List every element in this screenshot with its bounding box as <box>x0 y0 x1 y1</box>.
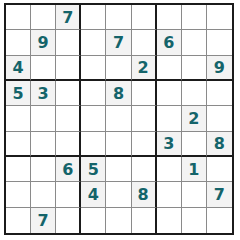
cell-r4c9[interactable] <box>207 81 232 106</box>
cell-r5c1[interactable] <box>6 106 31 131</box>
cell-r9c2[interactable]: 7 <box>31 208 56 233</box>
cell-r2c9[interactable] <box>207 30 232 55</box>
cell-r9c3[interactable] <box>56 208 81 233</box>
cell-r3c2[interactable] <box>31 56 56 81</box>
cell-r6c2[interactable] <box>31 132 56 157</box>
cell-r7c8[interactable]: 1 <box>182 157 207 182</box>
cell-r2c6[interactable] <box>132 30 157 55</box>
cell-r1c9[interactable] <box>207 5 232 30</box>
cell-r7c5[interactable] <box>106 157 131 182</box>
cell-r8c9[interactable]: 7 <box>207 182 232 207</box>
cell-r7c1[interactable] <box>6 157 31 182</box>
cell-r2c4[interactable] <box>81 30 106 55</box>
cell-r8c4[interactable]: 4 <box>81 182 106 207</box>
cell-r1c6[interactable] <box>132 5 157 30</box>
cell-r3c4[interactable] <box>81 56 106 81</box>
cell-r9c1[interactable] <box>6 208 31 233</box>
cell-r6c3[interactable] <box>56 132 81 157</box>
cell-r4c3[interactable] <box>56 81 81 106</box>
cell-r9c7[interactable] <box>157 208 182 233</box>
cell-r3c6[interactable]: 2 <box>132 56 157 81</box>
cell-r1c1[interactable] <box>6 5 31 30</box>
cell-r5c5[interactable] <box>106 106 131 131</box>
cell-r7c7[interactable] <box>157 157 182 182</box>
cell-r7c2[interactable] <box>31 157 56 182</box>
cell-r5c4[interactable] <box>81 106 106 131</box>
cell-r8c8[interactable] <box>182 182 207 207</box>
cell-r5c8[interactable]: 2 <box>182 106 207 131</box>
cell-r8c1[interactable] <box>6 182 31 207</box>
cell-r6c7[interactable]: 3 <box>157 132 182 157</box>
cell-r6c4[interactable] <box>81 132 106 157</box>
cell-r1c2[interactable] <box>31 5 56 30</box>
cell-r6c5[interactable] <box>106 132 131 157</box>
cell-r2c1[interactable] <box>6 30 31 55</box>
cell-r5c9[interactable] <box>207 106 232 131</box>
cell-r5c6[interactable] <box>132 106 157 131</box>
cell-r1c4[interactable] <box>81 5 106 30</box>
cell-r6c9[interactable]: 8 <box>207 132 232 157</box>
cell-r4c2[interactable]: 3 <box>31 81 56 106</box>
cell-r3c9[interactable]: 9 <box>207 56 232 81</box>
cell-r5c3[interactable] <box>56 106 81 131</box>
cell-r7c6[interactable] <box>132 157 157 182</box>
cell-r9c5[interactable] <box>106 208 131 233</box>
cell-r7c3[interactable]: 6 <box>56 157 81 182</box>
cell-r7c4[interactable]: 5 <box>81 157 106 182</box>
cell-r1c3[interactable]: 7 <box>56 5 81 30</box>
cell-r3c1[interactable]: 4 <box>6 56 31 81</box>
cell-r4c7[interactable] <box>157 81 182 106</box>
cell-r5c7[interactable] <box>157 106 182 131</box>
cell-r8c7[interactable] <box>157 182 182 207</box>
cell-r9c6[interactable] <box>132 208 157 233</box>
cell-r4c5[interactable]: 8 <box>106 81 131 106</box>
sudoku-page: 79764295382386514877 <box>0 0 240 240</box>
cell-r2c7[interactable]: 6 <box>157 30 182 55</box>
cell-r2c3[interactable] <box>56 30 81 55</box>
cell-r4c4[interactable] <box>81 81 106 106</box>
cell-r3c5[interactable] <box>106 56 131 81</box>
cell-r4c6[interactable] <box>132 81 157 106</box>
cell-r8c2[interactable] <box>31 182 56 207</box>
cell-r1c5[interactable] <box>106 5 131 30</box>
cell-r1c8[interactable] <box>182 5 207 30</box>
cell-r2c2[interactable]: 9 <box>31 30 56 55</box>
cell-r8c3[interactable] <box>56 182 81 207</box>
cell-r9c9[interactable] <box>207 208 232 233</box>
cell-r3c7[interactable] <box>157 56 182 81</box>
cell-r5c2[interactable] <box>31 106 56 131</box>
cell-r3c3[interactable] <box>56 56 81 81</box>
cell-r8c6[interactable]: 8 <box>132 182 157 207</box>
cell-r9c8[interactable] <box>182 208 207 233</box>
cell-r3c8[interactable] <box>182 56 207 81</box>
cell-r6c8[interactable] <box>182 132 207 157</box>
cell-r4c8[interactable] <box>182 81 207 106</box>
cell-r4c1[interactable]: 5 <box>6 81 31 106</box>
cell-r8c5[interactable] <box>106 182 131 207</box>
cell-r9c4[interactable] <box>81 208 106 233</box>
cell-r7c9[interactable] <box>207 157 232 182</box>
cell-r6c1[interactable] <box>6 132 31 157</box>
cell-r6c6[interactable] <box>132 132 157 157</box>
cell-r2c8[interactable] <box>182 30 207 55</box>
cell-r2c5[interactable]: 7 <box>106 30 131 55</box>
cell-r1c7[interactable] <box>157 5 182 30</box>
sudoku-board: 79764295382386514877 <box>4 3 234 235</box>
